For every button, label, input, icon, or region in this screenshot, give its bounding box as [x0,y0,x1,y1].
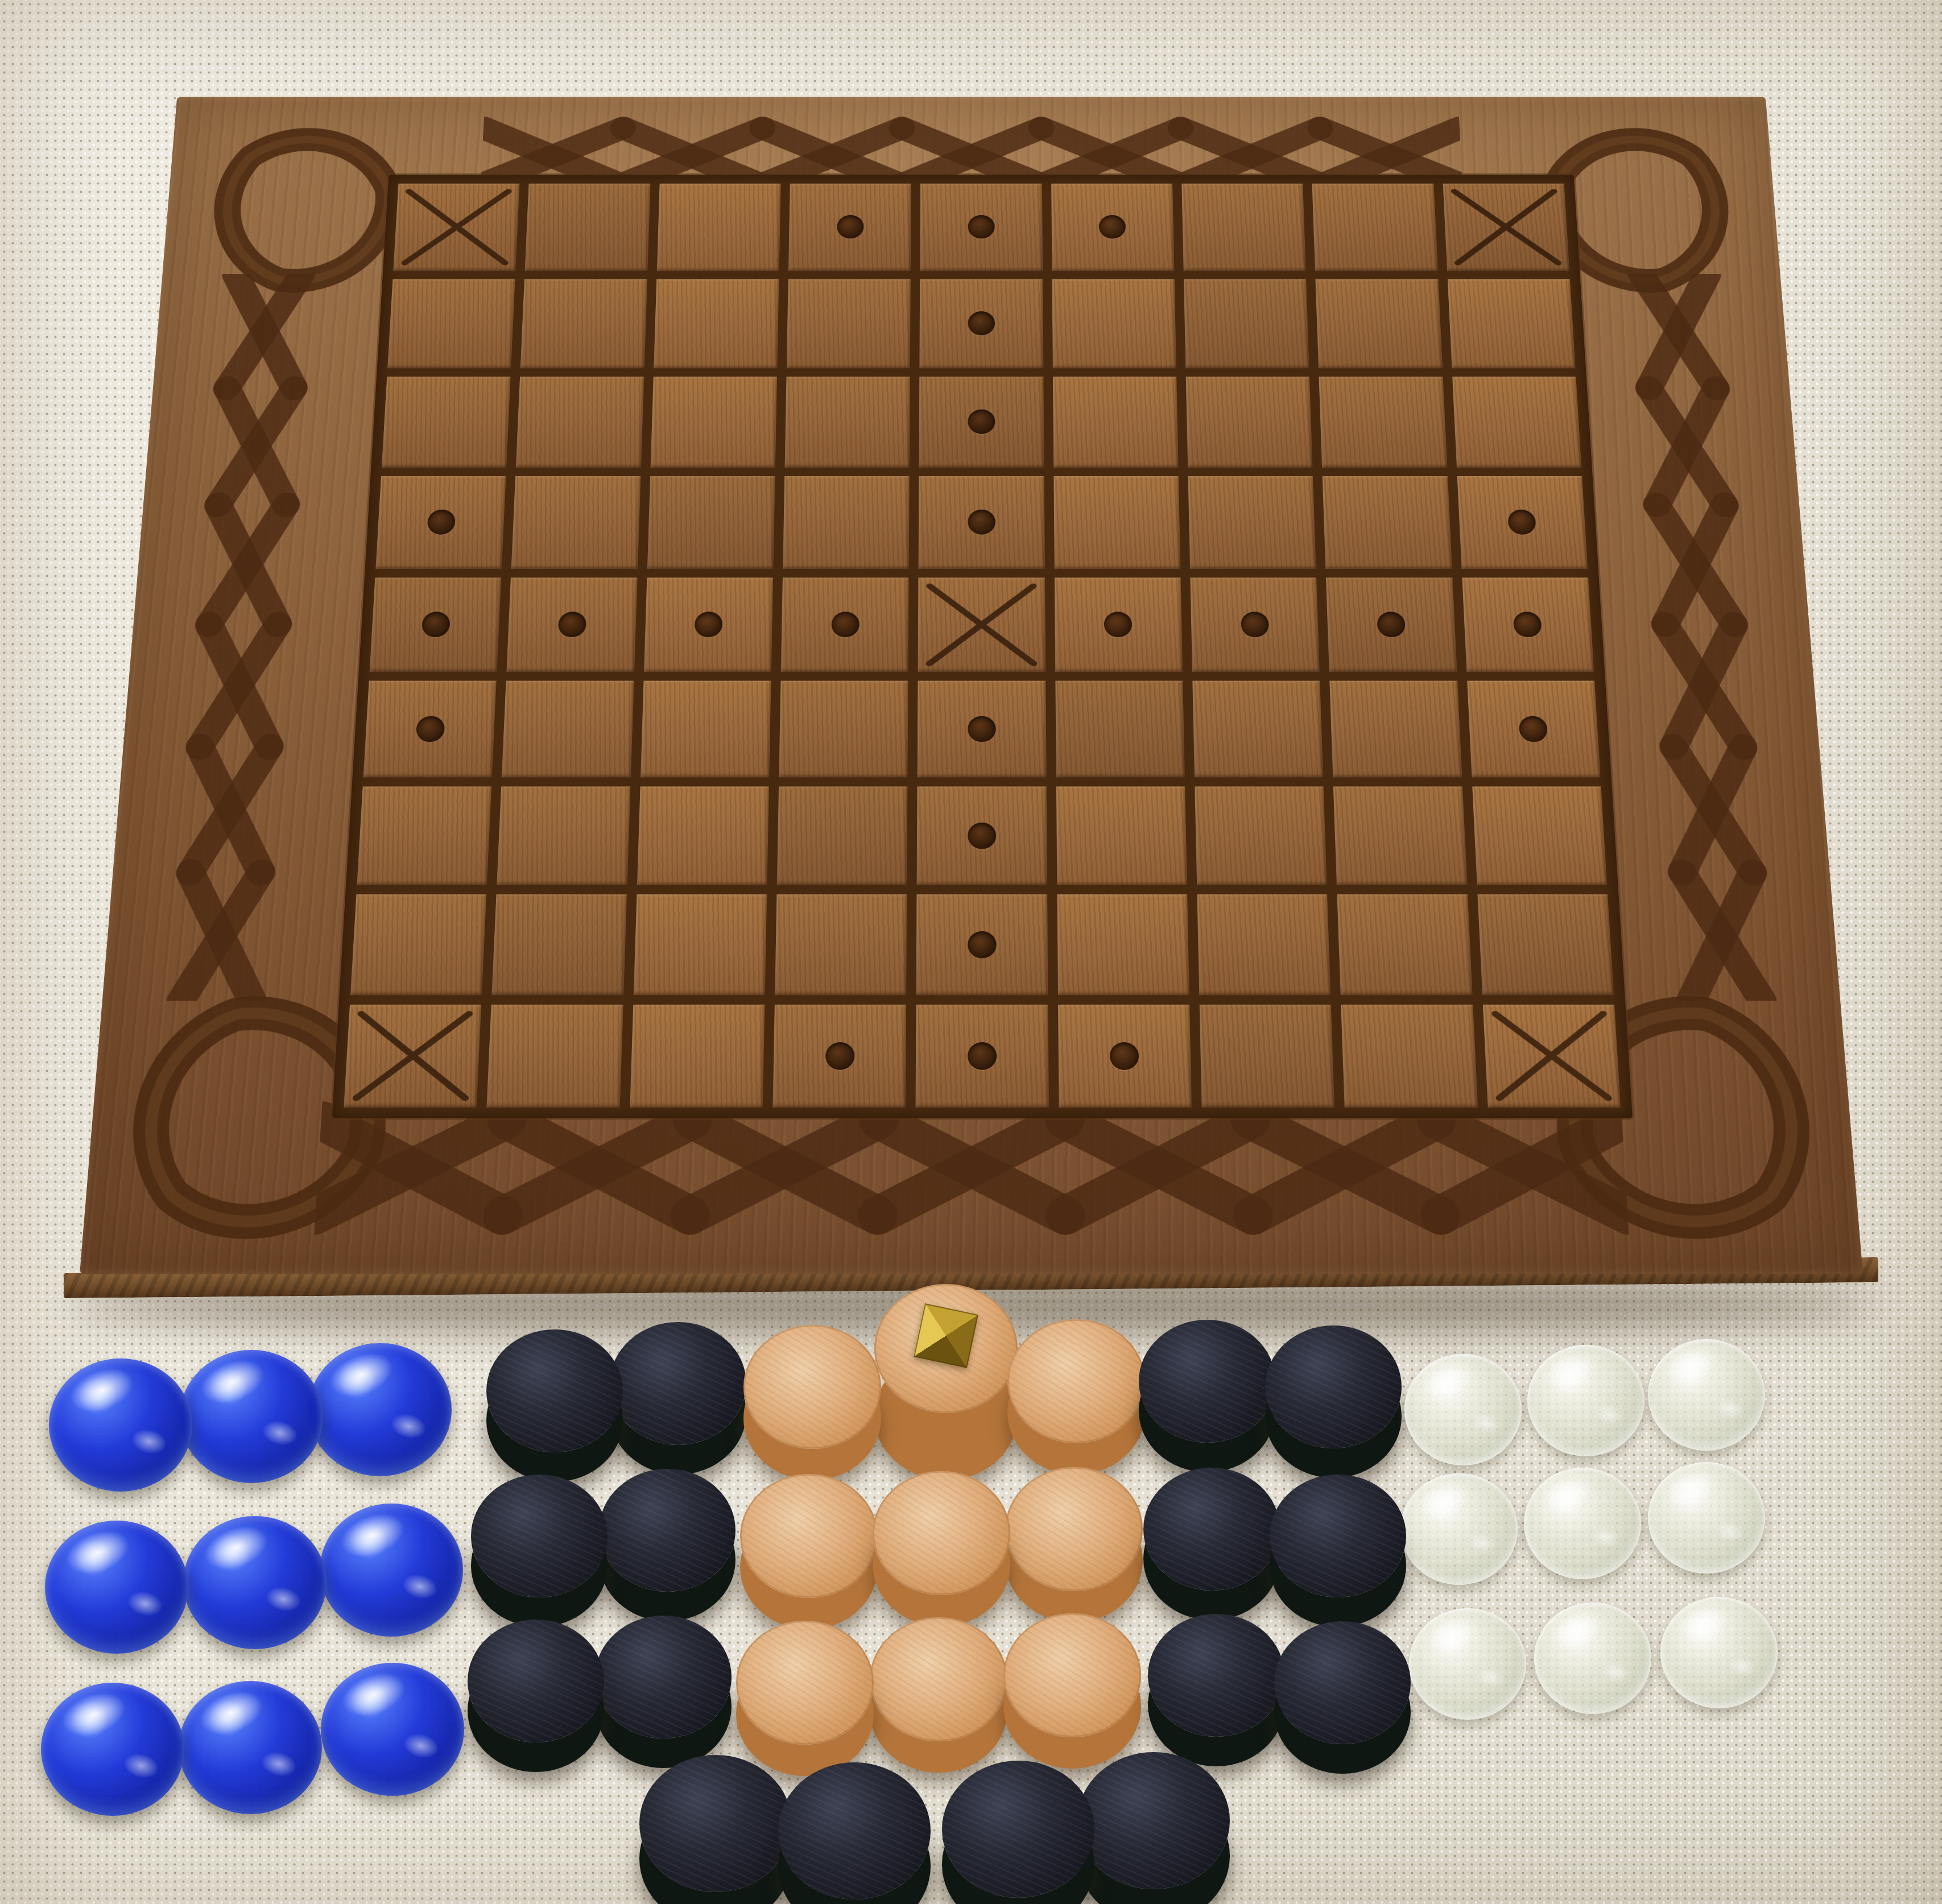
attacker-disc[interactable] [468,1620,604,1742]
attacker-disc[interactable] [942,1761,1094,1898]
glass-highlight [1466,1530,1498,1555]
square-i9[interactable] [1483,1005,1621,1108]
setup-dot [831,612,859,637]
square-d4[interactable] [783,476,910,569]
setup-dot [1099,215,1126,238]
blue-glass-stone[interactable] [321,1663,464,1796]
square-g4[interactable] [1188,476,1316,569]
defender-disc[interactable] [740,1474,878,1598]
setup-dot [968,410,995,434]
setup-dot [968,311,995,335]
glass-highlight [389,1411,428,1442]
glass-highlight [126,1589,164,1619]
square-e4[interactable] [919,476,1045,569]
square-h5[interactable] [1326,577,1457,672]
square-g2[interactable] [1184,279,1309,369]
square-a4[interactable] [375,476,506,569]
cross-engraving [344,1005,481,1108]
glass-highlight [264,1584,303,1614]
square-e1[interactable] [920,184,1043,271]
setup-dot [1104,612,1133,637]
glass-highlight [1600,1659,1632,1684]
square-g6[interactable] [1192,681,1323,778]
attacker-disc[interactable] [1274,1621,1411,1744]
blue-glass-stone[interactable] [320,1504,463,1637]
glass-highlight [1422,1610,1484,1660]
setup-dot [968,215,995,238]
attacker-disc[interactable] [610,1322,746,1445]
glass-highlight [1660,1464,1722,1514]
glass-highlight [195,1352,271,1412]
square-c8[interactable] [633,894,767,995]
attacker-disc[interactable] [486,1329,623,1452]
clear-glass-stone[interactable] [1400,1473,1518,1585]
square-d9[interactable] [772,1005,906,1108]
photo-scene [0,0,1942,1904]
square-h6[interactable] [1330,681,1462,778]
square-b1[interactable] [525,184,650,271]
square-b4[interactable] [511,476,641,569]
attacker-disc[interactable] [639,1755,792,1892]
square-h7[interactable] [1333,787,1467,885]
glass-highlight [1475,1665,1507,1690]
clear-glass-stone[interactable] [1648,1462,1765,1573]
square-i2[interactable] [1448,279,1576,369]
cross-engraving [1443,184,1569,271]
square-h4[interactable] [1323,476,1452,569]
square-i4[interactable] [1457,476,1588,569]
square-a9[interactable] [344,1005,481,1108]
defender-disc[interactable] [1005,1467,1143,1591]
clear-glass-stone[interactable] [1404,1354,1522,1465]
square-c7[interactable] [637,787,769,885]
square-a3[interactable] [382,377,511,468]
square-b2[interactable] [520,279,647,369]
square-h2[interactable] [1316,279,1443,369]
blue-glass-stone[interactable] [183,1516,327,1649]
glass-highlight [400,1572,439,1602]
attacker-disc[interactable] [595,1616,732,1738]
glass-highlight [1413,1475,1475,1525]
vertical-braid-wrap [1619,274,1786,1001]
glass-highlight [199,1518,274,1578]
setup-dot [558,612,587,637]
defender-disc[interactable] [1007,1319,1145,1443]
blue-glass-stone[interactable] [180,1350,323,1483]
square-i8[interactable] [1477,894,1614,995]
carved-braid-svg [156,274,324,1001]
setup-dot [427,510,456,535]
setup-dot [1507,510,1536,535]
square-i6[interactable] [1467,681,1601,778]
square-g5[interactable] [1190,577,1320,672]
glass-highlight [1470,1411,1502,1436]
square-e8[interactable] [916,894,1048,995]
blue-glass-stone[interactable] [45,1521,188,1654]
square-h1[interactable] [1312,184,1438,271]
blue-glass-stone[interactable] [308,1343,452,1476]
defender-disc[interactable] [1003,1613,1141,1737]
vertical-braid-wrap [156,274,324,1001]
square-f2[interactable] [1052,279,1176,369]
square-d5[interactable] [781,577,909,672]
glass-highlight [1714,1396,1746,1421]
glass-highlight [1590,1525,1622,1550]
blue-glass-stone[interactable] [179,1681,322,1814]
setup-dot [1513,612,1542,637]
king-piece[interactable] [874,1284,1018,1413]
board-perspective-wrap [80,97,1863,1274]
square-i3[interactable] [1452,377,1581,468]
square-e5[interactable] [918,577,1046,672]
square-f7[interactable] [1056,787,1187,885]
square-i1[interactable] [1443,184,1569,271]
attacker-disc[interactable] [1265,1325,1402,1448]
square-a1[interactable] [393,184,519,271]
square-e7[interactable] [917,787,1047,885]
square-d8[interactable] [775,894,907,995]
board-grid[interactable] [332,175,1633,1118]
glass-highlight [324,1345,399,1405]
square-i5[interactable] [1462,577,1594,672]
square-c4[interactable] [647,476,775,569]
attacker-disc[interactable] [1270,1475,1406,1597]
glass-highlight [259,1749,298,1779]
square-a6[interactable] [363,681,497,778]
square-f4[interactable] [1053,476,1180,569]
brass-pyramid-finial [914,1303,978,1368]
square-b5[interactable] [507,577,638,672]
square-g1[interactable] [1181,184,1306,271]
clear-glass-stone[interactable] [1660,1597,1778,1708]
setup-dot [1519,716,1548,742]
setup-dot [968,1042,997,1070]
square-b3[interactable] [516,377,644,468]
square-a5[interactable] [370,577,502,672]
square-g8[interactable] [1197,894,1331,995]
clear-glass-stone[interactable] [1409,1608,1526,1720]
square-g3[interactable] [1186,377,1313,468]
square-f8[interactable] [1057,894,1189,995]
attacker-disc[interactable] [1077,1752,1230,1889]
cross-engraving [393,184,519,271]
square-c3[interactable] [650,377,777,468]
setup-dot [968,931,996,959]
square-f3[interactable] [1053,377,1179,468]
glass-highlight [56,1684,132,1745]
square-f1[interactable] [1051,184,1174,271]
clear-glass-stone[interactable] [1527,1345,1644,1456]
square-d3[interactable] [785,377,911,468]
square-c6[interactable] [641,681,771,778]
square-g9[interactable] [1200,1005,1335,1108]
glass-highlight [194,1683,270,1743]
square-d1[interactable] [788,184,911,271]
square-h9[interactable] [1341,1005,1478,1108]
square-b6[interactable] [502,681,634,778]
square-b7[interactable] [497,787,631,885]
defender-disc[interactable] [736,1621,874,1745]
glass-highlight [60,1522,136,1583]
square-d6[interactable] [779,681,908,778]
square-e9[interactable] [916,1005,1049,1108]
celtic-braid-band [1619,274,1786,1001]
square-g7[interactable] [1195,787,1327,885]
celtic-braid-band [156,274,324,1001]
square-e3[interactable] [919,377,1044,468]
glass-highlight [1540,1347,1602,1397]
square-a2[interactable] [387,279,515,369]
square-e6[interactable] [918,681,1046,778]
glass-highlight [1547,1604,1609,1654]
glass-highlight [64,1360,140,1420]
setup-dot [968,716,995,742]
square-c9[interactable] [630,1005,765,1108]
clear-glass-stone[interactable] [1648,1339,1765,1451]
square-b9[interactable] [487,1005,623,1108]
attacker-disc[interactable] [471,1475,608,1597]
square-b8[interactable] [492,894,627,995]
cross-engraving [918,577,1046,672]
glass-highlight [335,1505,411,1566]
glass-highlight [336,1665,412,1725]
blue-glass-stone[interactable] [49,1358,192,1492]
glass-highlight [1536,1469,1598,1519]
clear-glass-stone[interactable] [1524,1468,1641,1579]
setup-dot [968,823,996,849]
setup-dot [968,510,995,535]
glass-highlight [261,1418,299,1448]
square-h3[interactable] [1319,377,1447,468]
glass-highlight [402,1731,440,1761]
attacker-disc[interactable] [599,1469,736,1592]
square-d2[interactable] [787,279,911,369]
glass-highlight [1726,1654,1758,1679]
glass-highlight [122,1751,160,1781]
game-board [80,97,1863,1274]
setup-dot [421,612,450,637]
glass-highlight [1660,1341,1722,1391]
square-d7[interactable] [777,787,908,885]
attacker-disc[interactable] [1143,1468,1280,1591]
square-f9[interactable] [1058,1005,1192,1108]
square-c5[interactable] [644,577,773,672]
glass-highlight [130,1427,168,1457]
carved-braid-svg [1619,274,1786,1001]
glass-highlight [1593,1402,1625,1427]
setup-dot [1241,612,1269,637]
setup-dot [415,716,445,742]
setup-dot [825,1042,855,1070]
cross-engraving [1483,1005,1621,1108]
attacker-disc[interactable] [778,1762,931,1899]
glass-highlight [1417,1356,1479,1406]
blue-glass-stone[interactable] [41,1683,184,1816]
square-a7[interactable] [357,787,491,885]
square-c2[interactable] [654,279,779,369]
clear-glass-stone[interactable] [1534,1603,1651,1714]
setup-dot [1377,612,1406,637]
glass-highlight [1714,1519,1746,1544]
square-e2[interactable] [920,279,1043,369]
square-a8[interactable] [350,894,486,995]
square-c1[interactable] [656,184,780,271]
setup-dot [837,215,863,238]
square-f5[interactable] [1055,577,1183,672]
square-h8[interactable] [1337,894,1472,995]
setup-dot [695,612,723,637]
attacker-disc[interactable] [1139,1320,1275,1443]
attacker-disc[interactable] [1148,1614,1284,1737]
square-f6[interactable] [1055,681,1185,778]
defender-disc[interactable] [743,1325,881,1449]
setup-dot [1110,1042,1139,1070]
defender-disc[interactable] [870,1617,1007,1741]
defender-disc[interactable] [873,1471,1010,1595]
glass-highlight [1673,1599,1735,1649]
square-i7[interactable] [1472,787,1607,885]
